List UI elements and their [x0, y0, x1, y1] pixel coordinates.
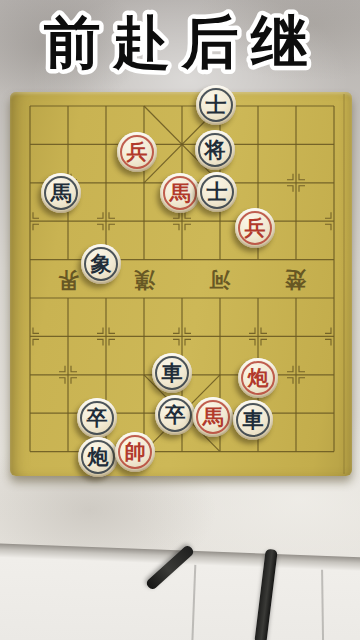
piece-red-帥[interactable]: 帥	[115, 432, 155, 472]
piece-red-馬[interactable]: 馬	[193, 397, 233, 437]
screenshot: 前赴后继 楚河漢界 士将兵馬馬士兵象車炮卒卒馬車炮帥	[0, 0, 360, 640]
piece-character: 車	[243, 409, 264, 430]
piece-character: 帥	[125, 441, 146, 462]
piece-character: 馬	[203, 406, 224, 427]
river-character: 界	[58, 266, 79, 294]
tile-seam	[190, 565, 197, 640]
page-title: 前赴后继	[43, 9, 320, 75]
piece-black-将[interactable]: 将	[195, 130, 235, 170]
piece-character: 士	[206, 94, 227, 115]
piece-character: 車	[162, 362, 183, 383]
piece-black-馬[interactable]: 馬	[41, 173, 81, 213]
piece-black-炮[interactable]: 炮	[78, 437, 118, 477]
piece-red-兵[interactable]: 兵	[117, 132, 157, 172]
piece-black-士[interactable]: 士	[197, 172, 237, 212]
piece-red-馬[interactable]: 馬	[160, 173, 200, 213]
piece-black-車[interactable]: 車	[233, 400, 273, 440]
piece-red-炮[interactable]: 炮	[238, 358, 278, 398]
river-inscription: 楚河漢界	[30, 261, 334, 299]
tile-seam	[321, 570, 325, 640]
piece-character: 士	[207, 181, 228, 202]
river-character: 楚	[285, 266, 306, 294]
river-character: 漢	[134, 266, 155, 294]
piece-character: 兵	[127, 141, 148, 162]
piece-character: 卒	[87, 407, 108, 428]
piece-character: 将	[205, 139, 226, 160]
piece-black-卒[interactable]: 卒	[77, 398, 117, 438]
piece-character: 炮	[248, 367, 269, 388]
piece-character: 馬	[51, 182, 72, 203]
piece-character: 炮	[88, 446, 109, 467]
piece-red-兵[interactable]: 兵	[235, 208, 275, 248]
video-title-banner: 前赴后继	[0, 0, 360, 90]
piece-black-士[interactable]: 士	[196, 85, 236, 125]
piece-black-車[interactable]: 車	[152, 353, 192, 393]
piece-character: 馬	[170, 182, 191, 203]
piece-character: 卒	[165, 404, 186, 425]
piece-character: 象	[91, 253, 112, 274]
piece-black-卒[interactable]: 卒	[155, 395, 195, 435]
river-character: 河	[209, 266, 230, 294]
piece-character: 兵	[245, 217, 266, 238]
piece-black-象[interactable]: 象	[81, 244, 121, 284]
